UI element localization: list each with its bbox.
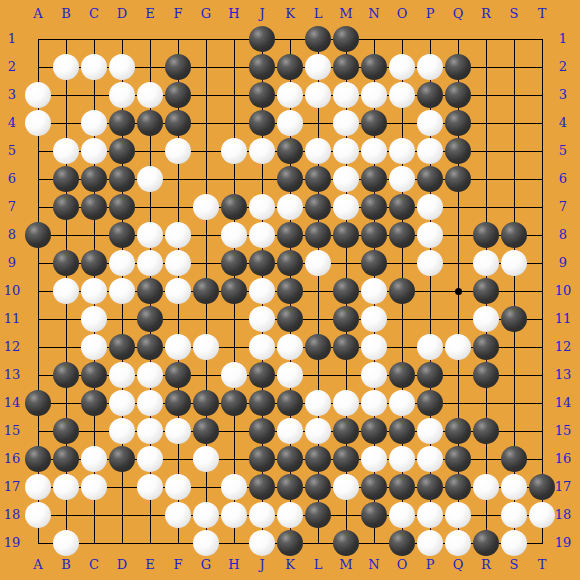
intersection-K8[interactable]	[276, 221, 304, 249]
intersection-Q9[interactable]	[444, 249, 472, 277]
intersection-P3[interactable]	[416, 81, 444, 109]
intersection-S16[interactable]	[500, 445, 528, 473]
intersection-M17[interactable]	[332, 473, 360, 501]
intersection-A18[interactable]	[24, 501, 52, 529]
intersection-S13[interactable]	[500, 361, 528, 389]
intersection-O3[interactable]	[388, 81, 416, 109]
intersection-P10[interactable]	[416, 277, 444, 305]
intersection-K4[interactable]	[276, 109, 304, 137]
intersection-K14[interactable]	[276, 389, 304, 417]
intersection-P7[interactable]	[416, 193, 444, 221]
intersection-F13[interactable]	[164, 361, 192, 389]
intersection-D2[interactable]	[108, 53, 136, 81]
intersection-R11[interactable]	[472, 305, 500, 333]
intersection-T1[interactable]	[528, 25, 556, 53]
intersection-B8[interactable]	[52, 221, 80, 249]
intersection-M1[interactable]	[332, 25, 360, 53]
intersection-R19[interactable]	[472, 529, 500, 557]
intersection-L8[interactable]	[304, 221, 332, 249]
intersection-T4[interactable]	[528, 109, 556, 137]
intersection-T5[interactable]	[528, 137, 556, 165]
intersection-E8[interactable]	[136, 221, 164, 249]
intersection-A17[interactable]	[24, 473, 52, 501]
intersection-O16[interactable]	[388, 445, 416, 473]
intersection-D6[interactable]	[108, 165, 136, 193]
intersection-N5[interactable]	[360, 137, 388, 165]
intersection-K9[interactable]	[276, 249, 304, 277]
intersection-S17[interactable]	[500, 473, 528, 501]
intersection-P5[interactable]	[416, 137, 444, 165]
intersection-B16[interactable]	[52, 445, 80, 473]
intersection-O15[interactable]	[388, 417, 416, 445]
intersection-C4[interactable]	[80, 109, 108, 137]
intersection-A14[interactable]	[24, 389, 52, 417]
intersection-N18[interactable]	[360, 501, 388, 529]
intersection-J14[interactable]	[248, 389, 276, 417]
intersection-N19[interactable]	[360, 529, 388, 557]
intersection-J7[interactable]	[248, 193, 276, 221]
intersection-H18[interactable]	[220, 501, 248, 529]
intersection-R3[interactable]	[472, 81, 500, 109]
intersection-J13[interactable]	[248, 361, 276, 389]
intersection-Q14[interactable]	[444, 389, 472, 417]
intersection-L15[interactable]	[304, 417, 332, 445]
intersection-Q10[interactable]	[444, 277, 472, 305]
intersection-O9[interactable]	[388, 249, 416, 277]
intersection-P19[interactable]	[416, 529, 444, 557]
intersection-R14[interactable]	[472, 389, 500, 417]
intersection-P18[interactable]	[416, 501, 444, 529]
intersection-O4[interactable]	[388, 109, 416, 137]
intersection-J3[interactable]	[248, 81, 276, 109]
intersection-E18[interactable]	[136, 501, 164, 529]
intersection-H6[interactable]	[220, 165, 248, 193]
intersection-A9[interactable]	[24, 249, 52, 277]
intersection-O6[interactable]	[388, 165, 416, 193]
intersection-D4[interactable]	[108, 109, 136, 137]
intersection-R8[interactable]	[472, 221, 500, 249]
intersection-G3[interactable]	[192, 81, 220, 109]
intersection-M18[interactable]	[332, 501, 360, 529]
intersection-A16[interactable]	[24, 445, 52, 473]
intersection-M4[interactable]	[332, 109, 360, 137]
intersection-B7[interactable]	[52, 193, 80, 221]
intersection-O7[interactable]	[388, 193, 416, 221]
intersection-L10[interactable]	[304, 277, 332, 305]
intersection-J11[interactable]	[248, 305, 276, 333]
intersection-Q15[interactable]	[444, 417, 472, 445]
intersection-H16[interactable]	[220, 445, 248, 473]
intersection-G9[interactable]	[192, 249, 220, 277]
intersection-B17[interactable]	[52, 473, 80, 501]
intersection-O18[interactable]	[388, 501, 416, 529]
intersection-R10[interactable]	[472, 277, 500, 305]
intersection-R7[interactable]	[472, 193, 500, 221]
intersection-N17[interactable]	[360, 473, 388, 501]
intersection-R9[interactable]	[472, 249, 500, 277]
intersection-D19[interactable]	[108, 529, 136, 557]
intersection-P1[interactable]	[416, 25, 444, 53]
intersection-L6[interactable]	[304, 165, 332, 193]
intersection-Q13[interactable]	[444, 361, 472, 389]
intersection-E15[interactable]	[136, 417, 164, 445]
intersection-H1[interactable]	[220, 25, 248, 53]
intersection-F10[interactable]	[164, 277, 192, 305]
intersection-M14[interactable]	[332, 389, 360, 417]
intersection-P6[interactable]	[416, 165, 444, 193]
intersection-P4[interactable]	[416, 109, 444, 137]
intersection-N6[interactable]	[360, 165, 388, 193]
intersection-O12[interactable]	[388, 333, 416, 361]
intersection-A19[interactable]	[24, 529, 52, 557]
intersection-A5[interactable]	[24, 137, 52, 165]
intersection-Q16[interactable]	[444, 445, 472, 473]
intersection-H5[interactable]	[220, 137, 248, 165]
intersection-M16[interactable]	[332, 445, 360, 473]
intersection-S10[interactable]	[500, 277, 528, 305]
intersection-N7[interactable]	[360, 193, 388, 221]
intersection-H2[interactable]	[220, 53, 248, 81]
intersection-E10[interactable]	[136, 277, 164, 305]
intersection-K11[interactable]	[276, 305, 304, 333]
intersection-L11[interactable]	[304, 305, 332, 333]
intersection-P15[interactable]	[416, 417, 444, 445]
intersection-G16[interactable]	[192, 445, 220, 473]
intersection-C15[interactable]	[80, 417, 108, 445]
intersection-C17[interactable]	[80, 473, 108, 501]
intersection-M8[interactable]	[332, 221, 360, 249]
intersection-K7[interactable]	[276, 193, 304, 221]
intersection-C14[interactable]	[80, 389, 108, 417]
intersection-L2[interactable]	[304, 53, 332, 81]
intersection-A11[interactable]	[24, 305, 52, 333]
intersection-J16[interactable]	[248, 445, 276, 473]
intersection-S3[interactable]	[500, 81, 528, 109]
intersection-K17[interactable]	[276, 473, 304, 501]
intersection-M9[interactable]	[332, 249, 360, 277]
intersection-Q18[interactable]	[444, 501, 472, 529]
intersection-Q11[interactable]	[444, 305, 472, 333]
intersection-P9[interactable]	[416, 249, 444, 277]
intersection-H4[interactable]	[220, 109, 248, 137]
intersection-F7[interactable]	[164, 193, 192, 221]
intersection-B1[interactable]	[52, 25, 80, 53]
intersection-F9[interactable]	[164, 249, 192, 277]
intersection-N3[interactable]	[360, 81, 388, 109]
intersection-A13[interactable]	[24, 361, 52, 389]
intersection-H19[interactable]	[220, 529, 248, 557]
intersection-P13[interactable]	[416, 361, 444, 389]
intersection-R16[interactable]	[472, 445, 500, 473]
intersection-D14[interactable]	[108, 389, 136, 417]
intersection-C3[interactable]	[80, 81, 108, 109]
intersection-A3[interactable]	[24, 81, 52, 109]
intersection-N4[interactable]	[360, 109, 388, 137]
intersection-T9[interactable]	[528, 249, 556, 277]
intersection-L7[interactable]	[304, 193, 332, 221]
intersection-E9[interactable]	[136, 249, 164, 277]
intersection-L13[interactable]	[304, 361, 332, 389]
intersection-N1[interactable]	[360, 25, 388, 53]
intersection-O2[interactable]	[388, 53, 416, 81]
intersection-J12[interactable]	[248, 333, 276, 361]
intersection-B18[interactable]	[52, 501, 80, 529]
intersection-O14[interactable]	[388, 389, 416, 417]
intersection-L14[interactable]	[304, 389, 332, 417]
intersection-D11[interactable]	[108, 305, 136, 333]
intersection-A2[interactable]	[24, 53, 52, 81]
intersection-A7[interactable]	[24, 193, 52, 221]
intersection-T13[interactable]	[528, 361, 556, 389]
intersection-T18[interactable]	[528, 501, 556, 529]
intersection-H12[interactable]	[220, 333, 248, 361]
intersection-T14[interactable]	[528, 389, 556, 417]
intersection-D8[interactable]	[108, 221, 136, 249]
intersection-B13[interactable]	[52, 361, 80, 389]
intersection-S4[interactable]	[500, 109, 528, 137]
intersection-E11[interactable]	[136, 305, 164, 333]
intersection-O10[interactable]	[388, 277, 416, 305]
intersection-G8[interactable]	[192, 221, 220, 249]
intersection-D7[interactable]	[108, 193, 136, 221]
intersection-K10[interactable]	[276, 277, 304, 305]
intersection-A4[interactable]	[24, 109, 52, 137]
intersection-D12[interactable]	[108, 333, 136, 361]
intersection-E6[interactable]	[136, 165, 164, 193]
intersection-C10[interactable]	[80, 277, 108, 305]
intersection-T10[interactable]	[528, 277, 556, 305]
intersection-E17[interactable]	[136, 473, 164, 501]
intersection-L9[interactable]	[304, 249, 332, 277]
intersection-B5[interactable]	[52, 137, 80, 165]
intersection-P12[interactable]	[416, 333, 444, 361]
intersection-O19[interactable]	[388, 529, 416, 557]
intersection-C1[interactable]	[80, 25, 108, 53]
intersection-T16[interactable]	[528, 445, 556, 473]
intersection-S18[interactable]	[500, 501, 528, 529]
intersection-Q19[interactable]	[444, 529, 472, 557]
intersection-P2[interactable]	[416, 53, 444, 81]
intersection-K2[interactable]	[276, 53, 304, 81]
intersection-F3[interactable]	[164, 81, 192, 109]
intersection-L12[interactable]	[304, 333, 332, 361]
intersection-J10[interactable]	[248, 277, 276, 305]
intersection-J2[interactable]	[248, 53, 276, 81]
intersection-L18[interactable]	[304, 501, 332, 529]
intersection-F6[interactable]	[164, 165, 192, 193]
intersection-H7[interactable]	[220, 193, 248, 221]
intersection-E16[interactable]	[136, 445, 164, 473]
intersection-T12[interactable]	[528, 333, 556, 361]
intersection-M15[interactable]	[332, 417, 360, 445]
intersection-C16[interactable]	[80, 445, 108, 473]
intersection-M6[interactable]	[332, 165, 360, 193]
intersection-H11[interactable]	[220, 305, 248, 333]
intersection-N12[interactable]	[360, 333, 388, 361]
intersection-H10[interactable]	[220, 277, 248, 305]
intersection-P11[interactable]	[416, 305, 444, 333]
intersection-P14[interactable]	[416, 389, 444, 417]
intersection-T19[interactable]	[528, 529, 556, 557]
intersection-A10[interactable]	[24, 277, 52, 305]
intersection-D18[interactable]	[108, 501, 136, 529]
intersection-S15[interactable]	[500, 417, 528, 445]
intersection-F16[interactable]	[164, 445, 192, 473]
intersection-O17[interactable]	[388, 473, 416, 501]
intersection-N14[interactable]	[360, 389, 388, 417]
intersection-F17[interactable]	[164, 473, 192, 501]
intersection-Q8[interactable]	[444, 221, 472, 249]
intersection-B12[interactable]	[52, 333, 80, 361]
intersection-F18[interactable]	[164, 501, 192, 529]
intersection-G1[interactable]	[192, 25, 220, 53]
intersection-C13[interactable]	[80, 361, 108, 389]
intersection-Q2[interactable]	[444, 53, 472, 81]
intersection-N8[interactable]	[360, 221, 388, 249]
intersection-S7[interactable]	[500, 193, 528, 221]
intersection-A12[interactable]	[24, 333, 52, 361]
intersection-L5[interactable]	[304, 137, 332, 165]
intersection-R2[interactable]	[472, 53, 500, 81]
intersection-K1[interactable]	[276, 25, 304, 53]
intersection-E14[interactable]	[136, 389, 164, 417]
intersection-K5[interactable]	[276, 137, 304, 165]
intersection-N9[interactable]	[360, 249, 388, 277]
intersection-K6[interactable]	[276, 165, 304, 193]
intersection-A1[interactable]	[24, 25, 52, 53]
intersection-B15[interactable]	[52, 417, 80, 445]
intersection-D13[interactable]	[108, 361, 136, 389]
intersection-N11[interactable]	[360, 305, 388, 333]
intersection-D16[interactable]	[108, 445, 136, 473]
intersection-C6[interactable]	[80, 165, 108, 193]
intersection-F1[interactable]	[164, 25, 192, 53]
intersection-C11[interactable]	[80, 305, 108, 333]
intersection-K15[interactable]	[276, 417, 304, 445]
intersection-M5[interactable]	[332, 137, 360, 165]
intersection-G19[interactable]	[192, 529, 220, 557]
intersection-H8[interactable]	[220, 221, 248, 249]
intersection-E3[interactable]	[136, 81, 164, 109]
intersection-T11[interactable]	[528, 305, 556, 333]
intersection-J8[interactable]	[248, 221, 276, 249]
intersection-S9[interactable]	[500, 249, 528, 277]
intersection-O1[interactable]	[388, 25, 416, 53]
intersection-H3[interactable]	[220, 81, 248, 109]
intersection-J9[interactable]	[248, 249, 276, 277]
intersection-C7[interactable]	[80, 193, 108, 221]
intersection-H13[interactable]	[220, 361, 248, 389]
intersection-Q1[interactable]	[444, 25, 472, 53]
intersection-M19[interactable]	[332, 529, 360, 557]
intersection-L1[interactable]	[304, 25, 332, 53]
intersection-N10[interactable]	[360, 277, 388, 305]
intersection-O5[interactable]	[388, 137, 416, 165]
intersection-G6[interactable]	[192, 165, 220, 193]
intersection-S2[interactable]	[500, 53, 528, 81]
intersection-M12[interactable]	[332, 333, 360, 361]
intersection-E5[interactable]	[136, 137, 164, 165]
intersection-S19[interactable]	[500, 529, 528, 557]
intersection-E2[interactable]	[136, 53, 164, 81]
intersection-K3[interactable]	[276, 81, 304, 109]
intersection-C2[interactable]	[80, 53, 108, 81]
intersection-T3[interactable]	[528, 81, 556, 109]
intersection-G11[interactable]	[192, 305, 220, 333]
intersection-T2[interactable]	[528, 53, 556, 81]
intersection-S5[interactable]	[500, 137, 528, 165]
intersection-T7[interactable]	[528, 193, 556, 221]
intersection-J19[interactable]	[248, 529, 276, 557]
intersection-P17[interactable]	[416, 473, 444, 501]
intersection-S6[interactable]	[500, 165, 528, 193]
intersection-M3[interactable]	[332, 81, 360, 109]
intersection-Q17[interactable]	[444, 473, 472, 501]
intersection-L4[interactable]	[304, 109, 332, 137]
intersection-M2[interactable]	[332, 53, 360, 81]
intersection-B4[interactable]	[52, 109, 80, 137]
intersection-J6[interactable]	[248, 165, 276, 193]
intersection-J5[interactable]	[248, 137, 276, 165]
intersection-R4[interactable]	[472, 109, 500, 137]
intersection-S8[interactable]	[500, 221, 528, 249]
intersection-B19[interactable]	[52, 529, 80, 557]
intersection-D1[interactable]	[108, 25, 136, 53]
intersection-F4[interactable]	[164, 109, 192, 137]
intersection-H14[interactable]	[220, 389, 248, 417]
intersection-L16[interactable]	[304, 445, 332, 473]
intersection-F12[interactable]	[164, 333, 192, 361]
intersection-F15[interactable]	[164, 417, 192, 445]
intersection-S11[interactable]	[500, 305, 528, 333]
intersection-S12[interactable]	[500, 333, 528, 361]
intersection-N13[interactable]	[360, 361, 388, 389]
intersection-P16[interactable]	[416, 445, 444, 473]
intersection-N15[interactable]	[360, 417, 388, 445]
intersection-K18[interactable]	[276, 501, 304, 529]
intersection-D17[interactable]	[108, 473, 136, 501]
intersection-G10[interactable]	[192, 277, 220, 305]
intersection-A6[interactable]	[24, 165, 52, 193]
intersection-T8[interactable]	[528, 221, 556, 249]
intersection-B6[interactable]	[52, 165, 80, 193]
intersection-O8[interactable]	[388, 221, 416, 249]
intersection-G12[interactable]	[192, 333, 220, 361]
intersection-M13[interactable]	[332, 361, 360, 389]
intersection-D3[interactable]	[108, 81, 136, 109]
intersection-J18[interactable]	[248, 501, 276, 529]
intersection-G5[interactable]	[192, 137, 220, 165]
intersection-D5[interactable]	[108, 137, 136, 165]
intersection-Q7[interactable]	[444, 193, 472, 221]
intersection-H17[interactable]	[220, 473, 248, 501]
intersection-T17[interactable]	[528, 473, 556, 501]
intersection-C8[interactable]	[80, 221, 108, 249]
intersection-M7[interactable]	[332, 193, 360, 221]
intersection-B2[interactable]	[52, 53, 80, 81]
intersection-J1[interactable]	[248, 25, 276, 53]
intersection-C19[interactable]	[80, 529, 108, 557]
intersection-R6[interactable]	[472, 165, 500, 193]
intersection-K12[interactable]	[276, 333, 304, 361]
intersection-C12[interactable]	[80, 333, 108, 361]
intersection-Q12[interactable]	[444, 333, 472, 361]
intersection-Q3[interactable]	[444, 81, 472, 109]
intersection-Q5[interactable]	[444, 137, 472, 165]
intersection-K16[interactable]	[276, 445, 304, 473]
intersection-L17[interactable]	[304, 473, 332, 501]
intersection-D15[interactable]	[108, 417, 136, 445]
